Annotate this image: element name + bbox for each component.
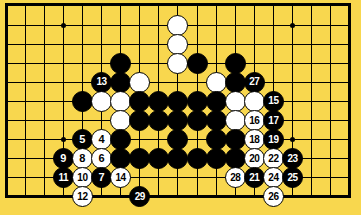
move-number: 6 [98, 153, 104, 164]
black-stone-move-17: 17 [263, 110, 284, 131]
move-number: 14 [116, 173, 126, 183]
move-number: 9 [60, 153, 66, 164]
white-stone-move-20: 20 [244, 148, 265, 169]
black-stone [110, 129, 131, 150]
move-number: 13 [96, 77, 106, 87]
black-stone-move-27: 27 [244, 72, 265, 93]
black-stone-move-5: 5 [72, 129, 93, 150]
move-number: 29 [135, 192, 145, 202]
white-stone-move-12: 12 [72, 186, 93, 207]
black-stone [225, 53, 246, 74]
white-stone-move-22: 22 [263, 148, 284, 169]
move-number: 11 [59, 173, 69, 183]
white-stone-move-24: 24 [263, 167, 284, 188]
black-stone [110, 72, 131, 93]
black-stone [167, 129, 188, 150]
white-stone [110, 110, 131, 131]
move-number: 15 [268, 96, 278, 106]
move-number: 5 [79, 134, 85, 145]
black-stone [167, 110, 188, 131]
move-number: 7 [98, 172, 104, 183]
white-stone [225, 91, 246, 112]
white-stone [110, 91, 131, 112]
white-stone [244, 91, 265, 112]
black-stone-move-25: 25 [282, 167, 303, 188]
white-stone [225, 110, 246, 131]
black-stone [167, 91, 188, 112]
black-stone-move-19: 19 [263, 129, 284, 150]
black-stone [206, 129, 227, 150]
black-stone-move-7: 7 [91, 167, 112, 188]
black-stone-move-15: 15 [263, 91, 284, 112]
black-stone [72, 91, 93, 112]
black-stone-move-23: 23 [282, 148, 303, 169]
white-stone [167, 34, 188, 55]
white-stone-move-26: 26 [263, 186, 284, 207]
move-number: 21 [249, 173, 259, 183]
star-point [61, 23, 66, 28]
grid-horizontal-line [5, 82, 351, 83]
move-number: 25 [287, 173, 297, 183]
black-stone [148, 148, 169, 169]
black-stone-move-21: 21 [244, 167, 265, 188]
black-stone [187, 91, 208, 112]
move-number: 18 [249, 135, 259, 145]
star-point [290, 23, 295, 28]
white-stone-move-4: 4 [91, 129, 112, 150]
move-number: 19 [268, 135, 278, 145]
board-edge-right [348, 3, 351, 198]
black-stone [129, 110, 150, 131]
board-edge-top [5, 3, 352, 6]
black-stone [206, 91, 227, 112]
move-number: 26 [268, 192, 278, 202]
white-stone-move-10: 10 [72, 167, 93, 188]
move-number: 28 [230, 173, 240, 183]
black-stone [110, 148, 131, 169]
white-stone-move-16: 16 [244, 110, 265, 131]
black-stone-move-9: 9 [53, 148, 74, 169]
move-number: 12 [77, 192, 87, 202]
black-stone [167, 148, 188, 169]
black-stone [129, 91, 150, 112]
black-stone [187, 53, 208, 74]
black-stone [225, 72, 246, 93]
move-number: 8 [79, 153, 85, 164]
white-stone-move-28: 28 [225, 167, 246, 188]
star-point [290, 137, 295, 142]
black-stone [129, 148, 150, 169]
move-number: 17 [268, 116, 278, 126]
go-board-diagram: 1327151617541819986202223111071428212425… [0, 0, 361, 215]
black-stone [206, 110, 227, 131]
white-stone [167, 15, 188, 36]
white-stone [91, 91, 112, 112]
white-stone-move-8: 8 [72, 148, 93, 169]
black-stone [110, 53, 131, 74]
black-stone [225, 129, 246, 150]
white-stone-move-18: 18 [244, 129, 265, 150]
black-stone-move-13: 13 [91, 72, 112, 93]
board-edge-left [5, 3, 8, 198]
board-edge-bottom [5, 195, 352, 198]
black-stone [206, 148, 227, 169]
black-stone-move-29: 29 [129, 186, 150, 207]
move-number: 24 [268, 173, 278, 183]
star-point [61, 137, 66, 142]
white-stone [206, 72, 227, 93]
white-stone-move-14: 14 [110, 167, 131, 188]
move-number: 4 [98, 134, 104, 145]
black-stone [187, 148, 208, 169]
move-number: 22 [268, 154, 278, 164]
move-number: 10 [77, 173, 87, 183]
move-number: 20 [249, 154, 259, 164]
move-number: 16 [249, 116, 259, 126]
white-stone [129, 72, 150, 93]
black-stone-move-11: 11 [53, 167, 74, 188]
move-number: 23 [287, 154, 297, 164]
black-stone [187, 110, 208, 131]
white-stone [167, 53, 188, 74]
black-stone [148, 110, 169, 131]
black-stone [225, 148, 246, 169]
black-stone [148, 91, 169, 112]
move-number: 27 [249, 77, 259, 87]
white-stone-move-6: 6 [91, 148, 112, 169]
